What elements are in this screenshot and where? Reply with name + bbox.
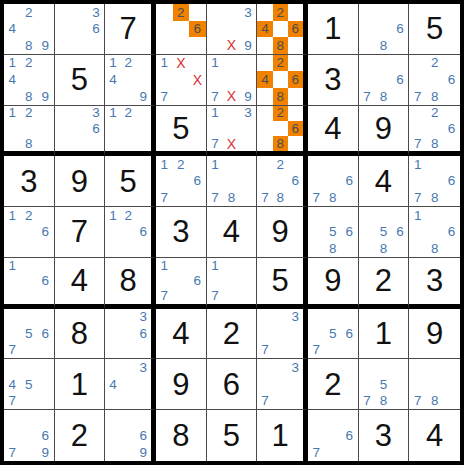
candidate-1: 1 — [156, 258, 173, 273]
cell-r4c5[interactable]: 178 — [207, 156, 258, 207]
cell-r7c5[interactable]: 2 — [207, 309, 258, 360]
empty-candidate-slot — [105, 393, 120, 410]
empty-candidate-slot — [223, 121, 240, 136]
cell-r4c7[interactable]: 678 — [308, 156, 359, 207]
empty-candidate-slot — [240, 288, 257, 303]
empty-candidate-slot — [21, 240, 38, 257]
cell-r2c4[interactable]: 1XX7 — [156, 55, 207, 106]
empty-candidate-slot — [288, 190, 303, 207]
empty-candidate-slot — [359, 224, 376, 241]
empty-candidate-slot — [240, 71, 257, 88]
empty-candidate-slot — [4, 359, 21, 376]
solved-digit: 2 — [359, 258, 409, 304]
empty-candidate-slot — [341, 309, 358, 326]
candidate-9: 9 — [240, 88, 257, 105]
candidate-6: 6 — [37, 273, 54, 288]
candidate-6: 6 — [392, 71, 409, 88]
empty-candidate-slot — [392, 4, 409, 21]
empty-candidate-slot — [392, 55, 409, 72]
candidate-7: 7 — [257, 190, 272, 207]
cell-r1c7[interactable]: 1 — [308, 4, 359, 55]
empty-candidate-slot — [4, 309, 21, 326]
empty-candidate-slot — [121, 224, 136, 241]
empty-candidate-slot — [37, 342, 54, 359]
cell-r5c3[interactable]: 126 — [105, 207, 156, 258]
cell-r1c1[interactable]: 2489 — [4, 4, 55, 55]
cell-r6c3[interactable]: 8 — [105, 258, 156, 309]
empty-candidate-slot — [273, 393, 288, 410]
candidate-2: 2 — [426, 55, 443, 72]
candidate-8: 8 — [426, 393, 443, 410]
empty-candidate-slot — [443, 106, 460, 121]
empty-candidate-slot — [375, 71, 392, 88]
candidate-9: 9 — [37, 444, 54, 461]
cell-r8c6[interactable]: 37 — [257, 359, 308, 410]
cell-r3c7[interactable]: 4 — [308, 106, 359, 157]
empty-candidate-slot — [273, 342, 288, 359]
cell-r9c5[interactable]: 5 — [207, 410, 258, 461]
cell-r2c6[interactable]: 2468 — [257, 55, 308, 106]
empty-candidate-slot — [156, 273, 173, 288]
eliminated-candidate-6-xmark: X — [189, 71, 206, 88]
cell-r5c4[interactable]: 3 — [156, 207, 207, 258]
cell-r5c6[interactable]: 9 — [257, 207, 308, 258]
empty-candidate-slot — [325, 427, 342, 444]
empty-candidate-slot — [136, 121, 151, 136]
candidate-grid: 17 — [207, 258, 257, 304]
empty-candidate-slot — [173, 88, 190, 105]
candidate-8: 8 — [223, 190, 240, 207]
cell-r9c4[interactable]: 8 — [156, 410, 207, 461]
empty-candidate-slot — [240, 21, 257, 38]
empty-candidate-slot — [273, 121, 288, 136]
cell-r3c9[interactable]: 2678 — [409, 106, 460, 157]
cell-r5c8[interactable]: 568 — [359, 207, 410, 258]
empty-candidate-slot — [189, 190, 206, 207]
solved-digit: 5 — [105, 156, 151, 206]
cell-r5c1[interactable]: 126 — [4, 207, 55, 258]
candidate-7: 7 — [409, 393, 426, 410]
empty-candidate-slot — [325, 444, 342, 461]
cell-r8c7[interactable]: 2 — [308, 359, 359, 410]
candidate-2: 2 — [121, 55, 136, 72]
cell-r8c5[interactable]: 6 — [207, 359, 258, 410]
candidate-7: 7 — [359, 88, 376, 105]
cell-r5c7[interactable]: 568 — [308, 207, 359, 258]
empty-candidate-slot — [308, 410, 325, 427]
empty-candidate-slot — [21, 224, 38, 241]
candidate-2-highlighted: 2 — [173, 4, 190, 21]
candidate-1: 1 — [105, 55, 120, 72]
empty-candidate-slot — [55, 136, 72, 151]
eliminated-candidate-8-xmark: X — [223, 37, 240, 54]
empty-candidate-slot — [105, 410, 120, 427]
candidate-6: 6 — [37, 224, 54, 241]
empty-candidate-slot — [308, 240, 325, 257]
candidate-7: 7 — [409, 88, 426, 105]
empty-candidate-slot — [4, 4, 21, 21]
candidate-8: 8 — [21, 136, 38, 151]
empty-candidate-slot — [308, 427, 325, 444]
cell-r2c8[interactable]: 678 — [359, 55, 410, 106]
empty-candidate-slot — [88, 136, 105, 151]
cell-r8c1[interactable]: 457 — [4, 359, 55, 410]
cell-r3c6[interactable]: 268 — [257, 106, 308, 157]
cell-r1c9[interactable]: 5 — [409, 4, 460, 55]
cell-r1c4[interactable]: 26 — [156, 4, 207, 55]
cell-r1c8[interactable]: 68 — [359, 4, 410, 55]
candidate-6: 6 — [37, 325, 54, 342]
cell-r8c4[interactable]: 9 — [156, 359, 207, 410]
candidate-7: 7 — [359, 393, 376, 410]
empty-candidate-slot — [308, 309, 325, 326]
candidate-9: 9 — [37, 88, 54, 105]
candidate-4: 4 — [105, 71, 120, 88]
cell-r2c5[interactable]: 17X9 — [207, 55, 258, 106]
candidate-7: 7 — [4, 393, 21, 410]
cell-r6c4[interactable]: 167 — [156, 258, 207, 309]
candidate-1: 1 — [207, 106, 224, 121]
empty-candidate-slot — [392, 240, 409, 257]
empty-candidate-slot — [4, 88, 21, 105]
cell-r6c1[interactable]: 16 — [4, 258, 55, 309]
solved-digit: 3 — [156, 207, 206, 257]
empty-candidate-slot — [105, 121, 120, 136]
empty-candidate-slot — [308, 173, 325, 190]
candidate-4-highlighted: 4 — [257, 21, 272, 38]
cell-r8c9[interactable]: 78 — [409, 359, 460, 410]
eliminated-candidate-2-xmark: X — [173, 55, 190, 72]
cell-r2c3[interactable]: 1249 — [105, 55, 156, 106]
empty-candidate-slot — [156, 71, 173, 88]
empty-candidate-slot — [21, 342, 38, 359]
empty-candidate-slot — [37, 71, 54, 88]
candidate-7: 7 — [409, 190, 426, 207]
cell-r5c2[interactable]: 7 — [55, 207, 106, 258]
empty-candidate-slot — [37, 393, 54, 410]
cell-r4c2[interactable]: 9 — [55, 156, 106, 207]
empty-candidate-slot — [359, 21, 376, 38]
empty-candidate-slot — [409, 71, 426, 88]
solved-digit: 1 — [257, 410, 303, 461]
cell-r8c3[interactable]: 34 — [105, 359, 156, 410]
candidate-6: 6 — [341, 173, 358, 190]
empty-candidate-slot — [136, 136, 151, 151]
solved-digit: 3 — [409, 258, 460, 304]
empty-candidate-slot — [121, 88, 136, 105]
solved-digit: 9 — [409, 309, 460, 359]
candidate-1: 1 — [4, 106, 21, 121]
candidate-7: 7 — [156, 288, 173, 303]
solved-digit: 9 — [55, 156, 105, 206]
solved-digit: 6 — [207, 359, 257, 409]
empty-candidate-slot — [37, 106, 54, 121]
empty-candidate-slot — [136, 410, 151, 427]
candidate-6: 6 — [136, 224, 151, 241]
empty-candidate-slot — [37, 21, 54, 38]
cell-r6c6[interactable]: 5 — [257, 258, 308, 309]
empty-candidate-slot — [121, 240, 136, 257]
solved-digit: 1 — [55, 359, 105, 409]
empty-candidate-slot — [341, 156, 358, 173]
candidate-3: 3 — [136, 359, 151, 376]
candidate-3: 3 — [88, 4, 105, 21]
cell-r8c2[interactable]: 1 — [55, 359, 106, 410]
empty-candidate-slot — [409, 121, 426, 136]
empty-candidate-slot — [223, 106, 240, 121]
empty-candidate-slot — [273, 376, 288, 393]
cell-r1c6[interactable]: 2468 — [257, 4, 308, 55]
cell-r6c7[interactable]: 9 — [308, 258, 359, 309]
solved-digit: 9 — [156, 359, 206, 409]
candidate-grid: 1267 — [156, 156, 206, 206]
empty-candidate-slot — [173, 190, 190, 207]
candidate-5: 5 — [325, 325, 342, 342]
candidate-grid: 34 — [105, 359, 151, 409]
cell-r9c3[interactable]: 69 — [105, 410, 156, 461]
empty-candidate-slot — [223, 71, 240, 88]
candidate-7: 7 — [308, 342, 325, 359]
empty-candidate-slot — [21, 258, 38, 273]
cell-r7c6[interactable]: 37 — [257, 309, 308, 360]
cell-r3c3[interactable]: 12 — [105, 106, 156, 157]
cell-r2c9[interactable]: 2678 — [409, 55, 460, 106]
empty-candidate-slot — [443, 376, 460, 393]
candidate-grid: 178 — [207, 156, 257, 206]
cell-r4c3[interactable]: 5 — [105, 156, 156, 207]
candidate-7: 7 — [308, 444, 325, 461]
empty-candidate-slot — [37, 376, 54, 393]
empty-candidate-slot — [4, 288, 21, 303]
candidate-8: 8 — [375, 37, 392, 54]
empty-candidate-slot — [257, 376, 272, 393]
candidate-8: 8 — [375, 240, 392, 257]
empty-candidate-slot — [257, 4, 272, 21]
empty-candidate-slot — [288, 376, 303, 393]
empty-candidate-slot — [288, 37, 303, 54]
empty-candidate-slot — [121, 309, 136, 326]
empty-candidate-slot — [37, 121, 54, 136]
cell-r9c7[interactable]: 67 — [308, 410, 359, 461]
candidate-2-highlighted: 2 — [273, 55, 288, 72]
cell-r9c9[interactable]: 4 — [409, 410, 460, 461]
empty-candidate-slot — [21, 393, 38, 410]
empty-candidate-slot — [173, 173, 190, 190]
cell-r7c4[interactable]: 4 — [156, 309, 207, 360]
cell-r7c1[interactable]: 567 — [4, 309, 55, 360]
empty-candidate-slot — [240, 156, 257, 173]
candidate-5: 5 — [21, 325, 38, 342]
candidate-9: 9 — [240, 37, 257, 54]
cell-r6c5[interactable]: 17 — [207, 258, 258, 309]
candidate-7: 7 — [4, 342, 21, 359]
cell-r9c2[interactable]: 2 — [55, 410, 106, 461]
cell-r9c6[interactable]: 1 — [257, 410, 308, 461]
empty-candidate-slot — [189, 55, 206, 72]
sudoku-board: 2489367263X92468168512489512491XX717X924… — [0, 0, 464, 465]
empty-candidate-slot — [341, 444, 358, 461]
cell-r4c8[interactable]: 4 — [359, 156, 410, 207]
cell-r3c5[interactable]: 137X — [207, 106, 258, 157]
candidate-2: 2 — [121, 207, 136, 224]
candidate-grid: 1249 — [105, 55, 151, 105]
candidate-8: 8 — [426, 240, 443, 257]
empty-candidate-slot — [426, 376, 443, 393]
empty-candidate-slot — [189, 288, 206, 303]
empty-candidate-slot — [207, 273, 224, 288]
candidate-6: 6 — [443, 224, 460, 241]
solved-digit: 8 — [156, 410, 206, 461]
empty-candidate-slot — [223, 55, 240, 72]
candidate-1: 1 — [156, 55, 173, 72]
empty-candidate-slot — [173, 258, 190, 273]
cell-r4c6[interactable]: 2678 — [257, 156, 308, 207]
candidate-7: 7 — [4, 444, 21, 461]
empty-candidate-slot — [4, 273, 21, 288]
empty-candidate-slot — [443, 393, 460, 410]
eliminated-candidate-8-xmark: X — [223, 136, 240, 151]
candidate-7: 7 — [207, 288, 224, 303]
candidate-2: 2 — [21, 4, 38, 21]
empty-candidate-slot — [443, 190, 460, 207]
empty-candidate-slot — [121, 121, 136, 136]
empty-candidate-slot — [392, 376, 409, 393]
empty-candidate-slot — [288, 88, 303, 105]
candidate-1: 1 — [4, 55, 21, 72]
empty-candidate-slot — [359, 37, 376, 54]
empty-candidate-slot — [156, 173, 173, 190]
empty-candidate-slot — [240, 55, 257, 72]
empty-candidate-slot — [55, 21, 72, 38]
empty-candidate-slot — [223, 4, 240, 21]
candidate-6-highlighted: 6 — [288, 71, 303, 88]
candidate-grid: 457 — [4, 359, 54, 409]
empty-candidate-slot — [257, 156, 272, 173]
empty-candidate-slot — [121, 342, 136, 359]
candidate-4: 4 — [4, 21, 21, 38]
candidate-grid: 12 — [105, 106, 151, 152]
empty-candidate-slot — [189, 258, 206, 273]
cell-r1c3[interactable]: 7 — [105, 4, 156, 55]
cell-r6c2[interactable]: 4 — [55, 258, 106, 309]
cell-r3c1[interactable]: 128 — [4, 106, 55, 157]
candidate-grid: 26 — [156, 4, 206, 54]
cell-r7c8[interactable]: 1 — [359, 309, 410, 360]
empty-candidate-slot — [189, 88, 206, 105]
candidate-grid: 16 — [4, 258, 54, 304]
empty-candidate-slot — [207, 121, 224, 136]
cell-r9c8[interactable]: 3 — [359, 410, 410, 461]
candidate-7: 7 — [207, 190, 224, 207]
empty-candidate-slot — [257, 173, 272, 190]
cell-r7c2[interactable]: 8 — [55, 309, 106, 360]
empty-candidate-slot — [273, 21, 288, 38]
candidate-grid: 678 — [308, 156, 358, 206]
cell-r4c1[interactable]: 3 — [4, 156, 55, 207]
empty-candidate-slot — [409, 376, 426, 393]
candidate-1: 1 — [4, 258, 21, 273]
empty-candidate-slot — [156, 21, 173, 38]
cell-r7c3[interactable]: 36 — [105, 309, 156, 360]
empty-candidate-slot — [359, 55, 376, 72]
empty-candidate-slot — [443, 207, 460, 224]
solved-digit: 1 — [359, 309, 409, 359]
cell-r2c1[interactable]: 12489 — [4, 55, 55, 106]
empty-candidate-slot — [443, 88, 460, 105]
empty-candidate-slot — [173, 288, 190, 303]
empty-candidate-slot — [409, 106, 426, 121]
empty-candidate-slot — [273, 325, 288, 342]
cell-r3c2[interactable]: 36 — [55, 106, 106, 157]
candidate-grid: 68 — [359, 4, 409, 54]
cell-r6c8[interactable]: 2 — [359, 258, 410, 309]
candidate-8: 8 — [375, 88, 392, 105]
cell-r5c5[interactable]: 4 — [207, 207, 258, 258]
empty-candidate-slot — [37, 359, 54, 376]
cell-r7c7[interactable]: 567 — [308, 309, 359, 360]
candidate-6-highlighted: 6 — [288, 121, 303, 136]
empty-candidate-slot — [257, 88, 272, 105]
candidate-3: 3 — [88, 106, 105, 121]
cell-r1c5[interactable]: 3X9 — [207, 4, 258, 55]
empty-candidate-slot — [443, 156, 460, 173]
empty-candidate-slot — [207, 71, 224, 88]
candidate-grid: 36 — [55, 106, 105, 152]
candidate-6: 6 — [136, 325, 151, 342]
eliminated-candidate-8-xmark: X — [223, 88, 240, 105]
cell-r6c9[interactable]: 3 — [409, 258, 460, 309]
cell-r4c4[interactable]: 1267 — [156, 156, 207, 207]
solved-digit: 5 — [207, 410, 257, 461]
empty-candidate-slot — [409, 224, 426, 241]
cell-r3c4[interactable]: 5 — [156, 106, 207, 157]
candidate-1: 1 — [156, 156, 173, 173]
candidate-1: 1 — [409, 207, 426, 224]
solved-digit: 9 — [308, 258, 358, 304]
candidate-6: 6 — [88, 121, 105, 136]
empty-candidate-slot — [121, 359, 136, 376]
empty-candidate-slot — [223, 258, 240, 273]
cell-r5c9[interactable]: 168 — [409, 207, 460, 258]
empty-candidate-slot — [288, 55, 303, 72]
candidate-3: 3 — [288, 359, 303, 376]
cell-r8c8[interactable]: 578 — [359, 359, 410, 410]
solved-digit: 2 — [207, 309, 257, 359]
cell-r9c1[interactable]: 679 — [4, 410, 55, 461]
cell-r2c7[interactable]: 3 — [308, 55, 359, 106]
empty-candidate-slot — [223, 173, 240, 190]
cell-r7c9[interactable]: 9 — [409, 309, 460, 360]
empty-candidate-slot — [4, 410, 21, 427]
candidate-grid: 567 — [308, 309, 358, 359]
cell-r2c2[interactable]: 5 — [55, 55, 106, 106]
cell-r3c8[interactable]: 9 — [359, 106, 410, 157]
candidate-3: 3 — [240, 4, 257, 21]
cell-r1c2[interactable]: 36 — [55, 4, 106, 55]
empty-candidate-slot — [121, 444, 136, 461]
cell-r4c9[interactable]: 1678 — [409, 156, 460, 207]
candidate-4: 4 — [4, 71, 21, 88]
candidate-1: 1 — [409, 156, 426, 173]
empty-candidate-slot — [189, 4, 206, 21]
empty-candidate-slot — [136, 207, 151, 224]
solved-digit: 8 — [105, 258, 151, 304]
candidate-8: 8 — [426, 136, 443, 151]
solved-digit: 4 — [308, 106, 358, 152]
empty-candidate-slot — [121, 376, 136, 393]
empty-candidate-slot — [37, 309, 54, 326]
solved-digit: 7 — [55, 207, 105, 257]
